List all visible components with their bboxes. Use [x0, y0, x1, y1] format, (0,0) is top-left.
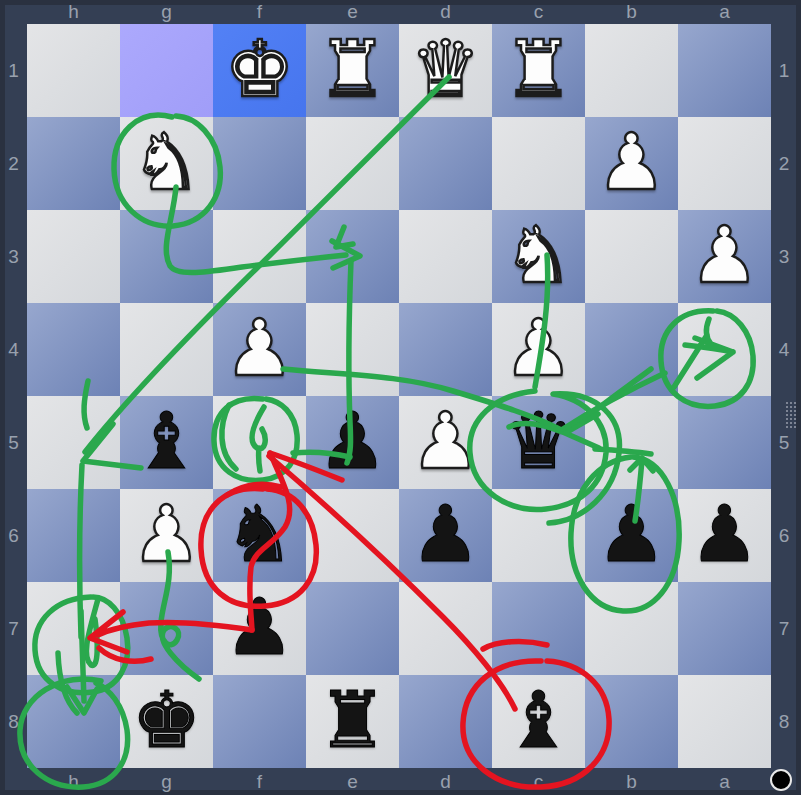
coord-label: c — [492, 0, 585, 24]
chess-piece-white-p[interactable]: ♟ — [225, 309, 295, 387]
chess-piece-black-q[interactable]: ♛ — [504, 402, 574, 480]
board-square[interactable] — [27, 117, 120, 210]
coord-label: b — [585, 0, 678, 24]
board-square[interactable] — [678, 675, 771, 768]
coord-label: h — [27, 0, 120, 24]
chess-piece-black-k[interactable]: ♚ — [132, 681, 202, 759]
coord-label: 1 — [0, 24, 27, 117]
coord-label: 3 — [0, 210, 27, 303]
coord-label: 2 — [771, 117, 797, 210]
board-square[interactable] — [585, 582, 678, 675]
board-square[interactable] — [213, 396, 306, 489]
board-square[interactable] — [678, 117, 771, 210]
chess-piece-black-p[interactable]: ♟ — [225, 588, 295, 666]
board-square[interactable] — [27, 396, 120, 489]
board-square[interactable] — [585, 303, 678, 396]
board-square[interactable]: ♟ — [678, 210, 771, 303]
coord-label: d — [399, 768, 492, 795]
coord-label: 4 — [0, 303, 27, 396]
board-square[interactable]: ♞ — [213, 489, 306, 582]
board-square[interactable]: ♝ — [120, 396, 213, 489]
chess-piece-black-n[interactable]: ♞ — [225, 495, 295, 573]
board-square[interactable]: ♟ — [492, 303, 585, 396]
board-square[interactable] — [213, 675, 306, 768]
board-square[interactable] — [120, 582, 213, 675]
board-square[interactable]: ♚ — [120, 675, 213, 768]
coord-label: 6 — [771, 489, 797, 582]
board-square[interactable] — [306, 489, 399, 582]
board-square[interactable] — [678, 396, 771, 489]
board-square[interactable]: ♟ — [678, 489, 771, 582]
resize-handle-icon[interactable] — [784, 400, 796, 428]
board-square[interactable] — [27, 489, 120, 582]
board-square[interactable] — [399, 210, 492, 303]
board-square[interactable] — [27, 582, 120, 675]
board-square[interactable]: ♜ — [306, 675, 399, 768]
board-square[interactable] — [213, 210, 306, 303]
chess-piece-black-r[interactable]: ♜ — [318, 681, 388, 759]
board-square[interactable]: ♝ — [492, 675, 585, 768]
coord-label: d — [399, 0, 492, 24]
coord-label: 5 — [0, 396, 27, 489]
coord-label: f — [213, 0, 306, 24]
board-square[interactable]: ♟ — [399, 489, 492, 582]
chess-piece-white-p[interactable]: ♟ — [132, 495, 202, 573]
board-square[interactable]: ♜ — [306, 24, 399, 117]
chess-piece-black-b[interactable]: ♝ — [132, 402, 202, 480]
chess-piece-black-p[interactable]: ♟ — [318, 402, 388, 480]
chess-piece-white-r[interactable]: ♜ — [504, 30, 574, 108]
coord-label: h — [27, 768, 120, 795]
board-square[interactable]: ♛ — [492, 396, 585, 489]
board-square[interactable]: ♟ — [585, 117, 678, 210]
chess-piece-white-n[interactable]: ♞ — [132, 123, 202, 201]
board-square[interactable] — [27, 303, 120, 396]
coord-label: 2 — [0, 117, 27, 210]
board-square[interactable]: ♟ — [399, 396, 492, 489]
board-square[interactable]: ♟ — [213, 303, 306, 396]
board-square[interactable] — [678, 24, 771, 117]
board-square[interactable] — [27, 210, 120, 303]
coord-label: 7 — [771, 582, 797, 675]
coord-label: b — [585, 768, 678, 795]
coord-label: g — [120, 0, 213, 24]
coord-label: f — [213, 768, 306, 795]
chess-piece-white-n[interactable]: ♞ — [504, 216, 574, 294]
board-square[interactable] — [399, 582, 492, 675]
board-square[interactable] — [306, 582, 399, 675]
chess-piece-white-p[interactable]: ♟ — [597, 123, 667, 201]
chess-piece-white-p[interactable]: ♟ — [690, 216, 760, 294]
board-square[interactable] — [306, 210, 399, 303]
coord-label: g — [120, 768, 213, 795]
chess-piece-black-p[interactable]: ♟ — [690, 495, 760, 573]
board-square[interactable] — [306, 117, 399, 210]
board-square[interactable] — [678, 303, 771, 396]
coord-label: 8 — [771, 675, 797, 768]
board-square[interactable] — [585, 396, 678, 489]
board-frame: ♚♜♛♜♞♟♞♟♟♟♝♟♟♛♟♞♟♟♟♟♚♜♝ hhggffeeddccbbaa… — [0, 0, 801, 795]
chess-piece-white-p[interactable]: ♟ — [504, 309, 574, 387]
board-square[interactable]: ♟ — [585, 489, 678, 582]
board-square[interactable] — [120, 210, 213, 303]
board-square[interactable] — [120, 303, 213, 396]
board-square[interactable] — [27, 24, 120, 117]
black-to-move-indicator — [770, 769, 792, 791]
board-square[interactable]: ♛ — [399, 24, 492, 117]
coord-label: 7 — [0, 582, 27, 675]
board-square[interactable] — [399, 675, 492, 768]
coord-label: a — [678, 768, 771, 795]
coord-label: c — [492, 768, 585, 795]
board-square[interactable] — [585, 210, 678, 303]
board-square[interactable] — [678, 582, 771, 675]
board-square[interactable] — [492, 582, 585, 675]
chess-piece-white-q[interactable]: ♛ — [411, 30, 481, 108]
coord-label: 3 — [771, 210, 797, 303]
board-square[interactable] — [27, 675, 120, 768]
board-square[interactable]: ♜ — [492, 24, 585, 117]
coord-label: a — [678, 0, 771, 24]
board-square[interactable]: ♟ — [306, 396, 399, 489]
chess-board[interactable]: ♚♜♛♜♞♟♞♟♟♟♝♟♟♛♟♞♟♟♟♟♚♜♝ — [27, 24, 771, 768]
chess-piece-white-k[interactable]: ♚ — [225, 30, 295, 108]
chess-piece-black-p[interactable]: ♟ — [411, 495, 481, 573]
board-square[interactable]: ♟ — [120, 489, 213, 582]
board-square[interactable] — [120, 24, 213, 117]
board-square[interactable] — [213, 117, 306, 210]
board-square[interactable] — [399, 303, 492, 396]
board-square[interactable]: ♞ — [120, 117, 213, 210]
board-square[interactable]: ♚ — [213, 24, 306, 117]
board-square[interactable]: ♟ — [213, 582, 306, 675]
board-square[interactable] — [306, 303, 399, 396]
board-square[interactable]: ♞ — [492, 210, 585, 303]
board-square[interactable] — [492, 117, 585, 210]
coord-label: 6 — [0, 489, 27, 582]
chess-piece-black-p[interactable]: ♟ — [597, 495, 667, 573]
board-square[interactable] — [399, 117, 492, 210]
coord-label: 8 — [0, 675, 27, 768]
chess-piece-white-r[interactable]: ♜ — [318, 30, 388, 108]
coord-label: e — [306, 0, 399, 24]
chess-piece-black-b[interactable]: ♝ — [504, 681, 574, 759]
board-square[interactable] — [492, 489, 585, 582]
chess-piece-white-p[interactable]: ♟ — [411, 402, 481, 480]
board-square[interactable] — [585, 24, 678, 117]
coord-label: e — [306, 768, 399, 795]
coord-label: 4 — [771, 303, 797, 396]
board-square[interactable] — [585, 675, 678, 768]
coord-label: 1 — [771, 24, 797, 117]
